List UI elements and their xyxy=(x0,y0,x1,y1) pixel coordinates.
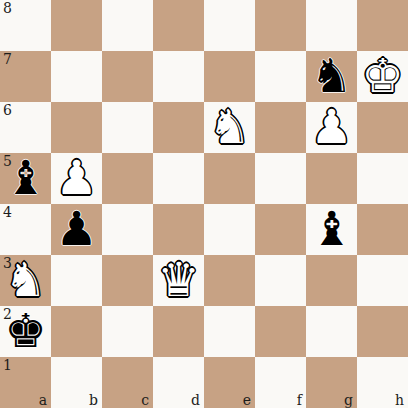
square-c2[interactable] xyxy=(102,306,153,357)
square-h7[interactable]: ♚ xyxy=(357,51,408,102)
square-e5[interactable] xyxy=(204,153,255,204)
square-g2[interactable] xyxy=(306,306,357,357)
rank-label-4: 4 xyxy=(3,205,12,220)
square-b5[interactable]: ♟ xyxy=(51,153,102,204)
square-g3[interactable] xyxy=(306,255,357,306)
square-b7[interactable] xyxy=(51,51,102,102)
file-label-g: g xyxy=(344,393,353,408)
square-e4[interactable] xyxy=(204,204,255,255)
black-bishop-icon[interactable]: ♝ xyxy=(4,152,46,203)
square-a1[interactable]: 1a xyxy=(0,357,51,408)
square-b3[interactable] xyxy=(51,255,102,306)
chess-board: 87♞♚6♞♟5♝♟4♟♝3♞♛2♚1abcdefgh xyxy=(0,0,408,408)
file-label-f: f xyxy=(297,393,302,408)
black-knight-icon[interactable]: ♞ xyxy=(310,50,352,101)
rank-label-1: 1 xyxy=(3,358,12,373)
black-king-icon[interactable]: ♚ xyxy=(4,305,46,356)
square-a6[interactable]: 6 xyxy=(0,102,51,153)
square-c5[interactable] xyxy=(102,153,153,204)
square-b2[interactable] xyxy=(51,306,102,357)
square-e1[interactable]: e xyxy=(204,357,255,408)
square-d2[interactable] xyxy=(153,306,204,357)
square-g8[interactable] xyxy=(306,0,357,51)
black-pawn-icon[interactable]: ♟ xyxy=(55,203,97,254)
black-bishop-icon[interactable]: ♝ xyxy=(310,203,352,254)
white-king-icon[interactable]: ♚ xyxy=(361,50,403,101)
square-h6[interactable] xyxy=(357,102,408,153)
file-label-c: c xyxy=(141,393,149,408)
square-g5[interactable] xyxy=(306,153,357,204)
square-g1[interactable]: g xyxy=(306,357,357,408)
square-g6[interactable]: ♟ xyxy=(306,102,357,153)
rank-label-6: 6 xyxy=(3,103,12,118)
square-h2[interactable] xyxy=(357,306,408,357)
square-f5[interactable] xyxy=(255,153,306,204)
square-b4[interactable]: ♟ xyxy=(51,204,102,255)
square-h3[interactable] xyxy=(357,255,408,306)
square-f8[interactable] xyxy=(255,0,306,51)
square-a2[interactable]: 2♚ xyxy=(0,306,51,357)
white-knight-icon[interactable]: ♞ xyxy=(208,101,250,152)
square-b8[interactable] xyxy=(51,0,102,51)
square-h5[interactable] xyxy=(357,153,408,204)
square-h8[interactable] xyxy=(357,0,408,51)
square-g4[interactable]: ♝ xyxy=(306,204,357,255)
square-b6[interactable] xyxy=(51,102,102,153)
file-label-h: h xyxy=(395,393,404,408)
square-d3[interactable]: ♛ xyxy=(153,255,204,306)
file-label-a: a xyxy=(39,393,47,408)
square-a4[interactable]: 4 xyxy=(0,204,51,255)
square-c1[interactable]: c xyxy=(102,357,153,408)
rank-label-7: 7 xyxy=(3,52,12,67)
square-c6[interactable] xyxy=(102,102,153,153)
square-d6[interactable] xyxy=(153,102,204,153)
square-c8[interactable] xyxy=(102,0,153,51)
square-d5[interactable] xyxy=(153,153,204,204)
square-f4[interactable] xyxy=(255,204,306,255)
square-h4[interactable] xyxy=(357,204,408,255)
square-a3[interactable]: 3♞ xyxy=(0,255,51,306)
file-label-d: d xyxy=(191,393,200,408)
rank-label-8: 8 xyxy=(3,1,12,16)
square-c3[interactable] xyxy=(102,255,153,306)
square-d4[interactable] xyxy=(153,204,204,255)
file-label-e: e xyxy=(243,393,251,408)
square-e3[interactable] xyxy=(204,255,255,306)
square-d7[interactable] xyxy=(153,51,204,102)
square-d1[interactable]: d xyxy=(153,357,204,408)
square-d8[interactable] xyxy=(153,0,204,51)
square-e7[interactable] xyxy=(204,51,255,102)
square-h1[interactable]: h xyxy=(357,357,408,408)
square-f2[interactable] xyxy=(255,306,306,357)
square-a7[interactable]: 7 xyxy=(0,51,51,102)
square-c4[interactable] xyxy=(102,204,153,255)
white-knight-icon[interactable]: ♞ xyxy=(4,254,46,305)
square-c7[interactable] xyxy=(102,51,153,102)
square-b1[interactable]: b xyxy=(51,357,102,408)
square-a8[interactable]: 8 xyxy=(0,0,51,51)
square-e6[interactable]: ♞ xyxy=(204,102,255,153)
square-e2[interactable] xyxy=(204,306,255,357)
square-a5[interactable]: 5♝ xyxy=(0,153,51,204)
square-g7[interactable]: ♞ xyxy=(306,51,357,102)
white-pawn-icon[interactable]: ♟ xyxy=(310,101,352,152)
square-e8[interactable] xyxy=(204,0,255,51)
white-pawn-icon[interactable]: ♟ xyxy=(55,152,97,203)
square-f1[interactable]: f xyxy=(255,357,306,408)
white-queen-icon[interactable]: ♛ xyxy=(157,254,199,305)
square-f6[interactable] xyxy=(255,102,306,153)
square-f3[interactable] xyxy=(255,255,306,306)
file-label-b: b xyxy=(89,393,98,408)
square-f7[interactable] xyxy=(255,51,306,102)
